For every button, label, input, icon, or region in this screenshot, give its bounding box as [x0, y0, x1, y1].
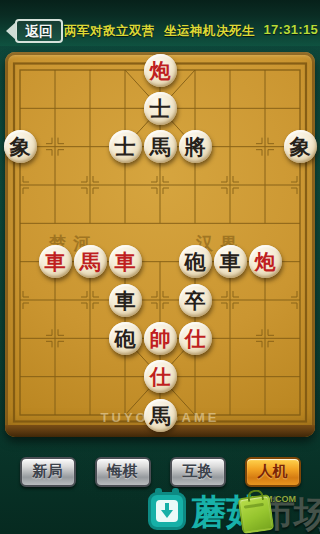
page-title-part1: 两军对敌立双营 — [64, 24, 155, 38]
game-clock: 17:31:15 — [264, 22, 318, 37]
pieces-layer: 炮士象士馬將象車馬車砲車炮車卒砲帥仕仕馬 — [5, 52, 315, 437]
piece-red-車[interactable]: 車 — [39, 245, 72, 278]
page-title-part2: 坐运神机决死生 — [164, 24, 255, 38]
piece-black-士[interactable]: 士 — [109, 130, 142, 163]
piece-black-卒[interactable]: 卒 — [179, 284, 212, 317]
vs-computer-button[interactable]: 人机 — [245, 457, 301, 487]
piece-red-帥[interactable]: 帥 — [144, 322, 177, 355]
piece-red-馬[interactable]: 馬 — [74, 245, 107, 278]
piece-black-車[interactable]: 車 — [214, 245, 247, 278]
swap-sides-button[interactable]: 互换 — [170, 457, 226, 487]
piece-red-仕[interactable]: 仕 — [179, 322, 212, 355]
shopping-bag-icon — [238, 494, 275, 534]
piece-red-炮[interactable]: 炮 — [144, 54, 177, 87]
piece-black-將[interactable]: 將 — [179, 130, 212, 163]
xiangqi-board[interactable]: 楚河 汉界 TUYOO GAME 炮士象士馬將象車馬車砲車炮車卒砲帥仕仕馬 — [5, 52, 315, 437]
piece-black-象[interactable]: 象 — [284, 130, 317, 163]
piece-black-馬[interactable]: 馬 — [144, 130, 177, 163]
back-button-label: 返回 — [25, 23, 53, 39]
piece-black-砲[interactable]: 砲 — [109, 322, 142, 355]
undo-move-button[interactable]: 悔棋 — [95, 457, 151, 487]
piece-black-象[interactable]: 象 — [4, 130, 37, 163]
piece-black-士[interactable]: 士 — [144, 92, 177, 125]
title-bar: 返回 两军对敌立双营坐运神机决死生 17:31:15 — [0, 0, 320, 46]
piece-red-炮[interactable]: 炮 — [249, 245, 282, 278]
page-title: 两军对敌立双营坐运神机决死生 — [64, 23, 255, 40]
piece-red-仕[interactable]: 仕 — [144, 360, 177, 393]
back-arrow-icon — [6, 22, 16, 40]
piece-black-砲[interactable]: 砲 — [179, 245, 212, 278]
new-game-button[interactable]: 新局 — [20, 457, 76, 487]
game-toolbar: 新局 悔棋 互换 人机 — [0, 457, 320, 487]
store-app-icon — [148, 492, 186, 530]
piece-black-車[interactable]: 車 — [109, 284, 142, 317]
store-watermark: 蘑菇 市场 195M.COM — [148, 487, 320, 534]
piece-black-馬[interactable]: 馬 — [144, 399, 177, 432]
back-button[interactable]: 返回 — [15, 19, 63, 43]
piece-red-車[interactable]: 車 — [109, 245, 142, 278]
